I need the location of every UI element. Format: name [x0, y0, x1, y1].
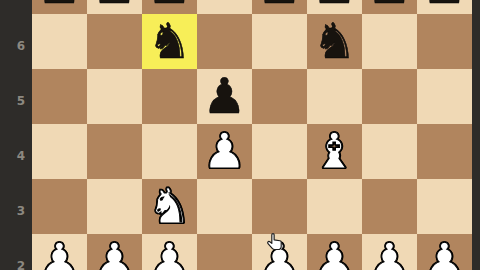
square-c3[interactable]: ♞ [142, 179, 197, 234]
square-d3[interactable] [197, 179, 252, 234]
square-h5[interactable] [417, 69, 472, 124]
square-b5[interactable] [87, 69, 142, 124]
square-c5[interactable] [142, 69, 197, 124]
rank-label-5: 5 [0, 95, 25, 108]
piece-black-pawn-c7[interactable]: ♟ [142, 0, 197, 14]
piece-white-pawn-g2[interactable]: ♟ [362, 234, 417, 270]
square-f4[interactable]: ♝ [307, 124, 362, 179]
square-e3[interactable] [252, 179, 307, 234]
square-f3[interactable] [307, 179, 362, 234]
square-a5[interactable] [32, 69, 87, 124]
square-c4[interactable] [142, 124, 197, 179]
square-f7[interactable]: ♟ [307, 0, 362, 14]
piece-white-pawn-d4[interactable]: ♟ [197, 124, 252, 179]
piece-black-pawn-g7[interactable]: ♟ [362, 0, 417, 14]
square-e7[interactable]: ♟ [252, 0, 307, 14]
square-g6[interactable] [362, 14, 417, 69]
square-d7[interactable] [197, 0, 252, 14]
piece-white-knight-c3[interactable]: ♞ [142, 179, 197, 234]
square-e4[interactable] [252, 124, 307, 179]
piece-white-pawn-f2[interactable]: ♟ [307, 234, 362, 270]
rank-label-6: 6 [0, 40, 25, 53]
piece-white-pawn-c2[interactable]: ♟ [142, 234, 197, 270]
square-h4[interactable] [417, 124, 472, 179]
piece-white-pawn-h2[interactable]: ♟ [417, 234, 472, 270]
square-d4[interactable]: ♟ [197, 124, 252, 179]
rank-coords-strip: 6 5 4 3 2 [0, 0, 32, 270]
rank-label-3: 3 [0, 205, 25, 218]
square-e5[interactable] [252, 69, 307, 124]
hand-pointer-cursor-icon [264, 231, 283, 252]
square-b4[interactable] [87, 124, 142, 179]
square-h2[interactable]: ♟ [417, 234, 472, 270]
square-g4[interactable] [362, 124, 417, 179]
piece-white-bishop-f4[interactable]: ♝ [307, 124, 362, 179]
square-b6[interactable] [87, 14, 142, 69]
square-g3[interactable] [362, 179, 417, 234]
piece-black-pawn-a7[interactable]: ♟ [32, 0, 87, 14]
square-c2[interactable]: ♟ [142, 234, 197, 270]
square-a6[interactable] [32, 14, 87, 69]
piece-black-knight-c6[interactable]: ♞ [142, 14, 197, 69]
piece-white-pawn-b2[interactable]: ♟ [87, 234, 142, 270]
piece-black-pawn-b7[interactable]: ♟ [87, 0, 142, 14]
square-a7[interactable]: ♟ [32, 0, 87, 14]
rank-label-2: 2 [0, 260, 25, 270]
square-b2[interactable]: ♟ [87, 234, 142, 270]
chess-app-frame: ♜♝♛♚♝♜♟♟♟♟♟♟♟♞♞♟♟♝♞♟♟♟♟♟♟♟♜♛♚♝♞♜ 6 5 4 3… [0, 0, 480, 270]
piece-black-pawn-h7[interactable]: ♟ [417, 0, 472, 14]
square-e6[interactable] [252, 14, 307, 69]
square-a2[interactable]: ♟ [32, 234, 87, 270]
chess-board[interactable]: ♜♝♛♚♝♜♟♟♟♟♟♟♟♞♞♟♟♝♞♟♟♟♟♟♟♟♜♛♚♝♞♜ [32, 0, 472, 270]
square-f2[interactable]: ♟ [307, 234, 362, 270]
square-g2[interactable]: ♟ [362, 234, 417, 270]
square-b3[interactable] [87, 179, 142, 234]
piece-white-pawn-a2[interactable]: ♟ [32, 234, 87, 270]
square-c6[interactable]: ♞ [142, 14, 197, 69]
square-c7[interactable]: ♟ [142, 0, 197, 14]
square-h6[interactable] [417, 14, 472, 69]
square-d6[interactable] [197, 14, 252, 69]
square-a4[interactable] [32, 124, 87, 179]
square-d5[interactable]: ♟ [197, 69, 252, 124]
square-b7[interactable]: ♟ [87, 0, 142, 14]
square-g7[interactable]: ♟ [362, 0, 417, 14]
piece-black-knight-f6[interactable]: ♞ [307, 14, 362, 69]
square-h7[interactable]: ♟ [417, 0, 472, 14]
square-a3[interactable] [32, 179, 87, 234]
square-f5[interactable] [307, 69, 362, 124]
piece-black-pawn-f7[interactable]: ♟ [307, 0, 362, 14]
piece-black-pawn-e7[interactable]: ♟ [252, 0, 307, 14]
square-g5[interactable] [362, 69, 417, 124]
rank-label-4: 4 [0, 150, 25, 163]
square-f6[interactable]: ♞ [307, 14, 362, 69]
square-h3[interactable] [417, 179, 472, 234]
square-d2[interactable] [197, 234, 252, 270]
piece-black-pawn-d5[interactable]: ♟ [197, 69, 252, 124]
